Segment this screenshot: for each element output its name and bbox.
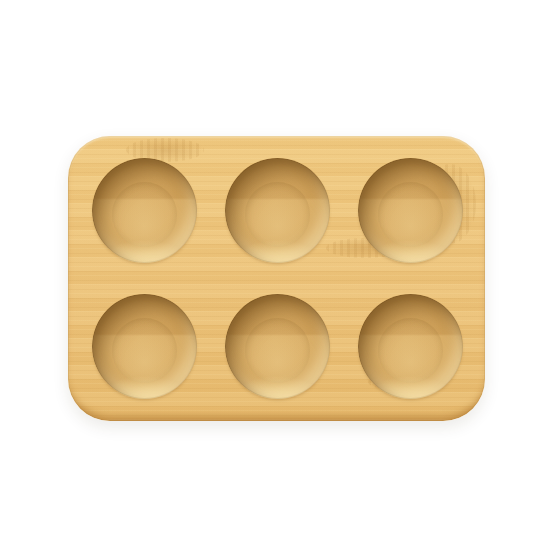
pit-top-2[interactable] — [225, 158, 330, 263]
pit-bottom-1[interactable] — [92, 294, 197, 399]
pit-grid — [68, 136, 485, 421]
pit-top-3[interactable] — [358, 158, 463, 263]
pit-bottom-2[interactable] — [225, 294, 330, 399]
mancala-board — [68, 136, 485, 421]
pit-top-1[interactable] — [92, 158, 197, 263]
product-photo — [0, 0, 560, 560]
pit-bottom-3[interactable] — [358, 294, 463, 399]
